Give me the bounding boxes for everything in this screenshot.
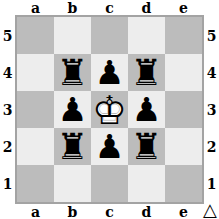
file-label-bottom-e: e <box>165 204 202 219</box>
square-a1[interactable] <box>17 165 54 202</box>
file-labels-top: abcde <box>17 0 202 15</box>
rank-label-right-2: 2 <box>204 128 219 165</box>
square-d3[interactable]: ♟ <box>128 91 165 128</box>
square-c1[interactable] <box>91 165 128 202</box>
file-label-top-c: c <box>91 0 128 15</box>
square-c4[interactable]: ♟ <box>91 54 128 91</box>
square-a3[interactable] <box>17 91 54 128</box>
rank-labels-left: 54321 <box>0 17 15 202</box>
file-label-bottom-b: b <box>54 204 91 219</box>
square-d2[interactable]: ♜ <box>128 128 165 165</box>
black-rook[interactable]: ♜ <box>130 129 162 165</box>
square-c2[interactable]: ♟ <box>91 128 128 165</box>
rank-label-left-1: 1 <box>0 165 15 202</box>
file-label-bottom-d: d <box>128 204 165 219</box>
square-d4[interactable]: ♜ <box>128 54 165 91</box>
square-a4[interactable] <box>17 54 54 91</box>
file-label-top-b: b <box>54 0 91 15</box>
square-b3[interactable]: ♟ <box>54 91 91 128</box>
file-label-top-a: a <box>17 0 54 15</box>
square-d5[interactable] <box>128 17 165 54</box>
file-label-top-e: e <box>165 0 202 15</box>
file-label-bottom-c: c <box>91 204 128 219</box>
black-rook[interactable]: ♜ <box>56 55 88 91</box>
white-king-outline: ♔ <box>92 91 127 130</box>
square-b1[interactable] <box>54 165 91 202</box>
rank-label-right-3: 3 <box>204 91 219 128</box>
board: ♜♟♜♟♚♔♟♜♟♜ <box>15 15 204 204</box>
square-e3[interactable] <box>165 91 202 128</box>
file-label-bottom-a: a <box>17 204 54 219</box>
black-pawn[interactable]: ♟ <box>132 93 162 126</box>
rank-label-left-3: 3 <box>0 91 15 128</box>
chess-diagram: abcde 54321 ♜♟♜♟♚♔♟♜♟♜ 54321 abcde △ <box>0 0 219 219</box>
file-label-top-d: d <box>128 0 165 15</box>
black-rook[interactable]: ♜ <box>130 55 162 91</box>
square-b4[interactable]: ♜ <box>54 54 91 91</box>
square-e2[interactable] <box>165 128 202 165</box>
square-a5[interactable] <box>17 17 54 54</box>
black-pawn[interactable]: ♟ <box>58 93 88 126</box>
square-b2[interactable]: ♜ <box>54 128 91 165</box>
rank-labels-right: 54321 <box>204 17 219 202</box>
black-pawn[interactable]: ♟ <box>95 56 125 89</box>
square-b5[interactable] <box>54 17 91 54</box>
rank-label-right-1: 1 <box>204 165 219 202</box>
black-rook[interactable]: ♜ <box>56 129 88 165</box>
rank-label-left-4: 4 <box>0 54 15 91</box>
rank-label-right-5: 5 <box>204 17 219 54</box>
square-e4[interactable] <box>165 54 202 91</box>
square-e1[interactable] <box>165 165 202 202</box>
square-c5[interactable] <box>91 17 128 54</box>
square-c3[interactable]: ♚♔ <box>91 91 128 128</box>
square-d1[interactable] <box>128 165 165 202</box>
square-e5[interactable] <box>165 17 202 54</box>
white-king[interactable]: ♚♔ <box>91 91 128 128</box>
rank-label-left-2: 2 <box>0 128 15 165</box>
square-a2[interactable] <box>17 128 54 165</box>
file-labels-bottom: abcde <box>17 204 202 219</box>
rank-label-left-5: 5 <box>0 17 15 54</box>
white-to-move-indicator: △ <box>201 200 219 219</box>
black-pawn[interactable]: ♟ <box>95 130 125 163</box>
rank-label-right-4: 4 <box>204 54 219 91</box>
